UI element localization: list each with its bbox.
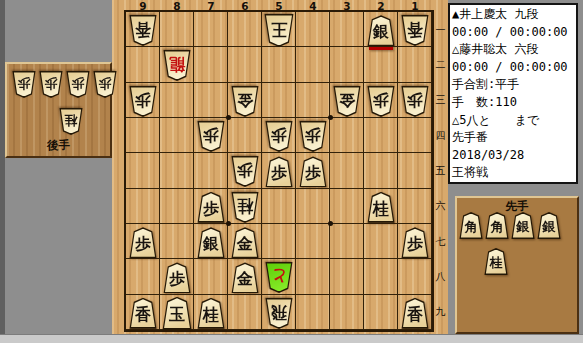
gote-label: 後手 [7,138,110,153]
rank-label-2: 二 [433,47,448,82]
gote-clock: 00:00 / 00:00:00 [452,59,574,77]
piece-kanji: 銀 [197,227,225,258]
piece-kanji: 歩 [299,121,327,152]
piece-歩-7四: 歩 [197,121,225,152]
piece-kanji: 銀 [537,212,561,239]
piece-kanji: 歩 [12,71,36,98]
piece-kanji: 飛 [265,298,293,329]
turn-line: 先手番 [452,129,574,147]
piece-kanji: 香 [401,298,429,329]
piece-香-1一: 香 [401,15,429,46]
star-point [226,221,231,226]
piece-歩-2三: 歩 [367,86,395,117]
sente-clock: 00:00 / 00:00:00 [452,24,574,42]
piece-金-6三: 金 [231,86,259,117]
piece-歩: 歩 [12,71,36,98]
move-count-line: 手 数:110 [452,94,574,112]
piece-kanji: と [265,262,293,293]
game-info-panel: ▲井上慶太 九段 00:00 / 00:00:00 △藤井聡太 六段 00:00… [448,3,578,184]
piece-kanji: 歩 [93,71,117,98]
star-point [328,221,333,226]
piece-kanji: 玉 [162,297,192,330]
window-bottom-edge [0,334,583,343]
piece-kanji: 歩 [231,156,259,187]
piece-玉-8九: 玉 [162,297,192,330]
piece-kanji: 歩 [39,71,63,98]
event-line: 王将戦 [452,164,574,182]
piece-歩-5五: 歩 [265,156,293,187]
gote-komadai: 歩歩歩歩桂 後手 [5,62,112,158]
piece-kanji: 香 [129,298,157,329]
piece-歩-1七: 歩 [401,227,429,258]
piece-歩-5四: 歩 [265,121,293,152]
piece-銀-7七: 銀 [197,227,225,258]
piece-香-1九: 香 [401,298,429,329]
rank-label-3: 三 [433,83,448,118]
piece-龍-8二: 龍 [163,50,191,81]
rank-label-9: 九 [433,295,448,330]
piece-kanji: 歩 [197,192,225,223]
piece-銀: 銀 [511,212,535,239]
piece-kanji: 銀 [367,15,395,46]
piece-金-6七: 金 [231,227,259,258]
rank-label-6: 六 [433,189,448,224]
piece-歩-1三: 歩 [401,86,429,117]
gote-player-name: △藤井聡太 六段 [452,41,574,59]
piece-香-9一: 香 [129,15,157,46]
piece-kanji: 桂 [484,248,508,275]
piece-銀-2一: 銀 [367,15,395,46]
handicap-line: 手合割:平手 [452,76,574,94]
piece-kanji: 香 [129,15,157,46]
piece-歩-6五: 歩 [231,156,259,187]
star-point [226,115,231,120]
piece-金-3三: 金 [333,86,361,117]
piece-歩-4五: 歩 [299,156,327,187]
piece-歩-7六: 歩 [197,192,225,223]
last-move-line: △5八と まで [452,112,574,130]
piece-歩: 歩 [66,71,90,98]
piece-香-9九: 香 [129,298,157,329]
piece-歩: 歩 [93,71,117,98]
kifu-viewer-window: 987654321 一二三四五六七八九 香王銀香龍歩金金歩歩歩歩歩歩歩歩歩桂桂歩… [0,0,583,343]
piece-桂-6六: 桂 [231,192,259,223]
rank-label-8: 八 [433,259,448,294]
piece-kanji: 桂 [59,108,83,135]
piece-kanji: 金 [231,86,259,117]
date-line: 2018/03/28 [452,147,574,165]
piece-桂-7九: 桂 [197,298,225,329]
piece-歩: 歩 [39,71,63,98]
piece-kanji: 金 [231,262,259,293]
piece-角: 角 [459,212,483,239]
piece-kanji: 龍 [163,50,191,81]
piece-kanji: 桂 [197,298,225,329]
piece-桂-2六: 桂 [367,192,395,223]
piece-歩-8八: 歩 [163,262,191,293]
rank-label-5: 五 [433,153,448,188]
pieces-layer: 香王銀香龍歩金金歩歩歩歩歩歩歩歩歩桂桂歩銀金歩歩金と香玉桂飛香 [126,12,432,330]
piece-kanji: 歩 [401,227,429,258]
piece-歩-9七: 歩 [129,227,157,258]
shogi-board-panel: 987654321 一二三四五六七八九 香王銀香龍歩金金歩歩歩歩歩歩歩歩歩桂桂歩… [112,0,448,334]
sente-player-name: ▲井上慶太 九段 [452,6,574,24]
piece-王-5一: 王 [264,14,294,47]
piece-桂: 桂 [59,108,83,135]
piece-歩-4四: 歩 [299,121,327,152]
piece-kanji: 歩 [197,121,225,152]
piece-桂: 桂 [484,248,508,275]
piece-kanji: 歩 [129,86,157,117]
piece-kanji: 歩 [129,227,157,258]
rank-label-1: 一 [433,12,448,47]
window-left-edge [0,0,5,343]
piece-kanji: 桂 [367,192,395,223]
piece-kanji: 歩 [66,71,90,98]
piece-金-6八: 金 [231,262,259,293]
rank-label-4: 四 [433,118,448,153]
rank-label-7: 七 [433,224,448,259]
piece-銀: 銀 [537,212,561,239]
piece-歩-9三: 歩 [129,86,157,117]
piece-kanji: 角 [485,212,509,239]
piece-kanji: 桂 [231,192,259,223]
piece-kanji: 歩 [265,121,293,152]
piece-kanji: 歩 [401,86,429,117]
piece-kanji: 角 [459,212,483,239]
piece-kanji: 金 [231,227,259,258]
piece-kanji: 王 [264,14,294,47]
piece-kanji: 歩 [367,86,395,117]
piece-飛-5九: 飛 [265,298,293,329]
star-point [328,115,333,120]
piece-kanji: 歩 [265,156,293,187]
piece-kanji: 歩 [163,262,191,293]
piece-kanji: 香 [401,15,429,46]
piece-kanji: 金 [333,86,361,117]
sente-komadai: 先手 角角銀銀桂 [455,196,579,334]
piece-角: 角 [485,212,509,239]
piece-kanji: 歩 [299,156,327,187]
piece-kanji: 銀 [511,212,535,239]
piece-と-5八: と [265,262,293,293]
